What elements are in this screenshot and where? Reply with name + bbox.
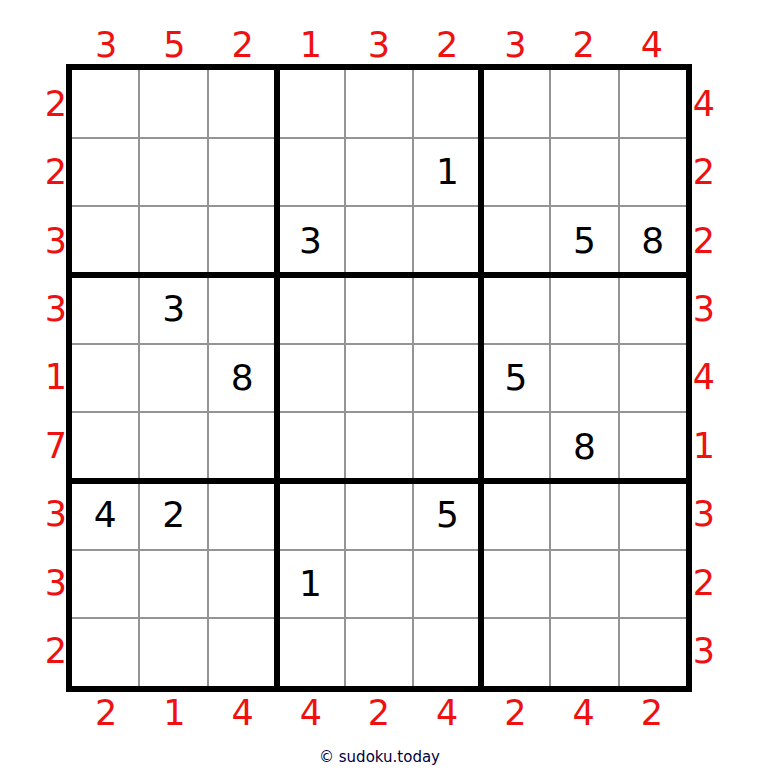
cell-r5c8[interactable] <box>551 345 617 412</box>
cell-r8c2[interactable] <box>140 551 206 618</box>
clue-top-6: 2 <box>413 28 481 63</box>
cell-r7c2[interactable]: 2 <box>140 482 206 549</box>
cell-r5c6[interactable] <box>414 345 480 412</box>
clue-bottom-2: 1 <box>140 696 208 731</box>
cell-r1c5[interactable] <box>346 70 412 137</box>
cell-r8c7[interactable] <box>483 551 549 618</box>
top-clues: 352132324 <box>72 28 686 62</box>
cell-r5c9[interactable] <box>620 345 686 412</box>
cell-r9c6[interactable] <box>414 619 480 686</box>
cell-r5c7[interactable]: 5 <box>483 345 549 412</box>
cell-r7c4[interactable] <box>277 482 343 549</box>
cell-r2c9[interactable] <box>620 139 686 206</box>
cell-r6c3[interactable] <box>209 413 275 480</box>
cell-r2c6[interactable]: 1 <box>414 139 480 206</box>
cell-r3c5[interactable] <box>346 207 412 274</box>
cell-r2c5[interactable] <box>346 139 412 206</box>
cell-r6c7[interactable] <box>483 413 549 480</box>
clue-top-7: 3 <box>481 28 549 63</box>
clue-top-1: 3 <box>72 28 140 63</box>
cell-r5c4[interactable] <box>277 345 343 412</box>
clue-bottom-7: 2 <box>481 696 549 731</box>
cell-r9c7[interactable] <box>483 619 549 686</box>
clue-bottom-4: 4 <box>277 696 345 731</box>
cell-r7c9[interactable] <box>620 482 686 549</box>
clue-right-4: 3 <box>690 275 718 343</box>
cell-r2c7[interactable] <box>483 139 549 206</box>
cell-r6c5[interactable] <box>346 413 412 480</box>
clue-top-5: 3 <box>345 28 413 63</box>
cell-r4c5[interactable] <box>346 276 412 343</box>
clue-bottom-3: 4 <box>208 696 276 731</box>
cell-r6c9[interactable] <box>620 413 686 480</box>
cell-r1c2[interactable] <box>140 70 206 137</box>
cell-r9c3[interactable] <box>209 619 275 686</box>
cell-r8c8[interactable] <box>551 551 617 618</box>
cell-r3c9[interactable]: 8 <box>620 207 686 274</box>
cell-r9c1[interactable] <box>72 619 138 686</box>
cell-r3c8[interactable]: 5 <box>551 207 617 274</box>
right-clues: 422341323 <box>690 70 718 686</box>
clue-top-4: 1 <box>277 28 345 63</box>
clue-right-7: 3 <box>690 481 718 549</box>
cell-r3c1[interactable] <box>72 207 138 274</box>
cell-r2c8[interactable] <box>551 139 617 206</box>
cell-r9c8[interactable] <box>551 619 617 686</box>
cell-r4c3[interactable] <box>209 276 275 343</box>
cell-r3c2[interactable] <box>140 207 206 274</box>
clue-right-6: 1 <box>690 412 718 480</box>
cell-r1c4[interactable] <box>277 70 343 137</box>
cell-r4c7[interactable] <box>483 276 549 343</box>
sudoku-board: 135838584251 <box>66 64 692 692</box>
cell-r8c6[interactable] <box>414 551 480 618</box>
cell-r6c4[interactable] <box>277 413 343 480</box>
cell-r9c4[interactable] <box>277 619 343 686</box>
cell-r9c2[interactable] <box>140 619 206 686</box>
cell-r4c2[interactable]: 3 <box>140 276 206 343</box>
cell-r8c3[interactable] <box>209 551 275 618</box>
cell-r4c9[interactable] <box>620 276 686 343</box>
cell-r1c3[interactable] <box>209 70 275 137</box>
cell-r9c5[interactable] <box>346 619 412 686</box>
bottom-clues: 214424242 <box>72 696 686 730</box>
clue-right-9: 3 <box>690 618 718 686</box>
cell-r7c7[interactable] <box>483 482 549 549</box>
cell-r9c9[interactable] <box>620 619 686 686</box>
cell-grid: 135838584251 <box>72 70 686 686</box>
cell-r8c1[interactable] <box>72 551 138 618</box>
cell-r1c7[interactable] <box>483 70 549 137</box>
clue-bottom-5: 2 <box>345 696 413 731</box>
cell-r4c6[interactable] <box>414 276 480 343</box>
cell-r8c4[interactable]: 1 <box>277 551 343 618</box>
cell-r1c6[interactable] <box>414 70 480 137</box>
clue-bottom-9: 2 <box>618 696 686 731</box>
cell-r3c6[interactable] <box>414 207 480 274</box>
clue-bottom-1: 2 <box>72 696 140 731</box>
cell-r1c8[interactable] <box>551 70 617 137</box>
cell-r6c2[interactable] <box>140 413 206 480</box>
clue-right-3: 2 <box>690 207 718 275</box>
clue-right-5: 4 <box>690 344 718 412</box>
cell-r4c4[interactable] <box>277 276 343 343</box>
cell-r8c5[interactable] <box>346 551 412 618</box>
clue-top-2: 5 <box>140 28 208 63</box>
clue-bottom-6: 4 <box>413 696 481 731</box>
cell-r8c9[interactable] <box>620 551 686 618</box>
clue-right-8: 2 <box>690 549 718 617</box>
clue-top-3: 2 <box>208 28 276 63</box>
clue-right-1: 4 <box>690 70 718 138</box>
cell-r7c5[interactable] <box>346 482 412 549</box>
cell-r4c1[interactable] <box>72 276 138 343</box>
cell-r6c6[interactable] <box>414 413 480 480</box>
cell-r2c3[interactable] <box>209 139 275 206</box>
cell-r2c2[interactable] <box>140 139 206 206</box>
copyright-text: © sudoku.today <box>0 748 759 766</box>
puzzle-page: 352132324 223317332 422341323 214424242 … <box>0 0 759 779</box>
cell-r6c1[interactable] <box>72 413 138 480</box>
cell-r5c3[interactable]: 8 <box>209 345 275 412</box>
cell-r3c3[interactable] <box>209 207 275 274</box>
clue-right-2: 2 <box>690 138 718 206</box>
cell-r7c6[interactable]: 5 <box>414 482 480 549</box>
cell-r5c5[interactable] <box>346 345 412 412</box>
clue-bottom-8: 4 <box>550 696 618 731</box>
cell-r3c7[interactable] <box>483 207 549 274</box>
clue-top-8: 2 <box>550 28 618 63</box>
cell-r2c1[interactable] <box>72 139 138 206</box>
cell-r4c8[interactable] <box>551 276 617 343</box>
cell-r1c1[interactable] <box>72 70 138 137</box>
cell-r7c1[interactable]: 4 <box>72 482 138 549</box>
cell-r2c4[interactable] <box>277 139 343 206</box>
cell-r3c4[interactable]: 3 <box>277 207 343 274</box>
cell-r1c9[interactable] <box>620 70 686 137</box>
cell-r5c2[interactable] <box>140 345 206 412</box>
cell-r6c8[interactable]: 8 <box>551 413 617 480</box>
cell-r7c3[interactable] <box>209 482 275 549</box>
cell-r5c1[interactable] <box>72 345 138 412</box>
clue-top-9: 4 <box>618 28 686 63</box>
cell-r7c8[interactable] <box>551 482 617 549</box>
